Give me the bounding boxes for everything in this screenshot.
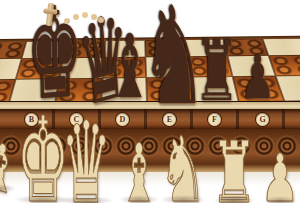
light-rook: ♜	[211, 130, 257, 203]
dark-king: ♚	[26, 0, 85, 119]
dark-pawn: ♟	[241, 47, 276, 107]
light-pawn: ♟	[261, 146, 299, 203]
piece-shadow	[58, 196, 115, 203]
dark-knight: ♞	[140, 0, 207, 124]
dark-queen-crown-balls	[64, 18, 70, 24]
light-knight: ♞	[159, 124, 206, 203]
dark-bishop: ♝	[108, 23, 151, 111]
light-king: ♚	[17, 101, 70, 203]
piece-shadow	[264, 196, 297, 203]
piece-shadow	[160, 195, 206, 203]
chess-set-photo: BCDEFG ♚♛♝♞♜♟♝♚♛♝♞♜♟	[0, 0, 300, 203]
light-bishop: ♝	[119, 134, 158, 203]
piece-shadow	[213, 196, 256, 203]
piece-shadow	[0, 184, 16, 193]
dark-rook: ♜	[194, 29, 239, 113]
light-queen: ♛	[61, 107, 112, 203]
piece-shadow	[119, 195, 159, 203]
dark-queen: ♛	[74, 0, 133, 125]
pieces-layer: ♚♛♝♞♜♟♝♚♛♝♞♜♟	[0, 0, 300, 203]
